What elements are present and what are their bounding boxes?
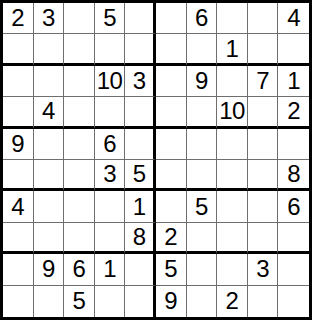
cell-r6c4[interactable]: 3 <box>95 160 126 191</box>
cell-r9c4[interactable]: 1 <box>95 254 126 285</box>
cell-r10c3[interactable]: 5 <box>64 286 95 317</box>
cell-r10c4[interactable] <box>95 286 126 317</box>
cell-r10c2[interactable] <box>34 286 65 317</box>
cell-r9c1[interactable] <box>3 254 34 285</box>
cell-r9c7[interactable] <box>187 254 218 285</box>
cell-r10c6[interactable]: 9 <box>156 286 187 317</box>
cell-r7c2[interactable] <box>34 191 65 222</box>
cell-r7c3[interactable] <box>64 191 95 222</box>
cell-r5c2[interactable] <box>34 129 65 160</box>
cell-r10c10[interactable] <box>278 286 309 317</box>
cell-r4c4[interactable] <box>95 97 126 128</box>
cell-r9c3[interactable]: 6 <box>64 254 95 285</box>
cell-r6c9[interactable] <box>248 160 279 191</box>
cell-r4c10[interactable]: 2 <box>278 97 309 128</box>
cell-r8c2[interactable] <box>34 223 65 254</box>
cell-r2c1[interactable] <box>3 34 34 65</box>
cell-r2c4[interactable] <box>95 34 126 65</box>
cell-r6c8[interactable] <box>217 160 248 191</box>
cell-r3c2[interactable] <box>34 66 65 97</box>
cell-r9c6[interactable]: 5 <box>156 254 187 285</box>
cell-r8c3[interactable] <box>64 223 95 254</box>
cell-r6c5[interactable]: 5 <box>125 160 156 191</box>
cell-r3c4[interactable]: 10 <box>95 66 126 97</box>
cell-r1c3[interactable] <box>64 3 95 34</box>
cell-r9c8[interactable] <box>217 254 248 285</box>
cell-r4c8[interactable]: 10 <box>217 97 248 128</box>
cell-r5c10[interactable] <box>278 129 309 160</box>
cell-r10c8[interactable]: 2 <box>217 286 248 317</box>
sudoku-board: 23564110397141029635841568296153592 <box>0 0 312 320</box>
cell-r2c3[interactable] <box>64 34 95 65</box>
cell-r7c6[interactable] <box>156 191 187 222</box>
cell-r8c7[interactable] <box>187 223 218 254</box>
cell-r6c7[interactable] <box>187 160 218 191</box>
cell-r1c8[interactable] <box>217 3 248 34</box>
cell-r7c4[interactable] <box>95 191 126 222</box>
cell-r3c10[interactable]: 1 <box>278 66 309 97</box>
cell-r3c5[interactable]: 3 <box>125 66 156 97</box>
cell-r2c6[interactable] <box>156 34 187 65</box>
cell-r4c9[interactable] <box>248 97 279 128</box>
cell-r8c6[interactable]: 2 <box>156 223 187 254</box>
cell-r4c5[interactable] <box>125 97 156 128</box>
cell-r6c10[interactable]: 8 <box>278 160 309 191</box>
cell-r1c7[interactable]: 6 <box>187 3 218 34</box>
cell-r4c6[interactable] <box>156 97 187 128</box>
cell-r1c4[interactable]: 5 <box>95 3 126 34</box>
cell-r1c9[interactable] <box>248 3 279 34</box>
cell-r8c8[interactable] <box>217 223 248 254</box>
cell-r8c1[interactable] <box>3 223 34 254</box>
cell-r2c7[interactable] <box>187 34 218 65</box>
cell-r5c7[interactable] <box>187 129 218 160</box>
cell-r7c9[interactable] <box>248 191 279 222</box>
cell-r2c2[interactable] <box>34 34 65 65</box>
cell-r7c7[interactable]: 5 <box>187 191 218 222</box>
cell-r5c1[interactable]: 9 <box>3 129 34 160</box>
cell-r6c2[interactable] <box>34 160 65 191</box>
cell-r7c10[interactable]: 6 <box>278 191 309 222</box>
cell-r8c10[interactable] <box>278 223 309 254</box>
cell-r5c8[interactable] <box>217 129 248 160</box>
cell-r6c6[interactable] <box>156 160 187 191</box>
cell-r7c5[interactable]: 1 <box>125 191 156 222</box>
cell-r1c5[interactable] <box>125 3 156 34</box>
cell-r9c9[interactable]: 3 <box>248 254 279 285</box>
cell-r1c6[interactable] <box>156 3 187 34</box>
cell-r8c4[interactable] <box>95 223 126 254</box>
cell-r1c10[interactable]: 4 <box>278 3 309 34</box>
cell-r5c5[interactable] <box>125 129 156 160</box>
cell-r10c9[interactable] <box>248 286 279 317</box>
cell-r5c3[interactable] <box>64 129 95 160</box>
cell-r6c3[interactable] <box>64 160 95 191</box>
cell-r10c7[interactable] <box>187 286 218 317</box>
cell-r4c7[interactable] <box>187 97 218 128</box>
cell-r7c8[interactable] <box>217 191 248 222</box>
cell-r3c7[interactable]: 9 <box>187 66 218 97</box>
cell-r8c5[interactable]: 8 <box>125 223 156 254</box>
cell-r1c2[interactable]: 3 <box>34 3 65 34</box>
cell-r2c9[interactable] <box>248 34 279 65</box>
cell-r10c1[interactable] <box>3 286 34 317</box>
cell-r5c9[interactable] <box>248 129 279 160</box>
cell-r2c8[interactable]: 1 <box>217 34 248 65</box>
cell-r8c9[interactable] <box>248 223 279 254</box>
cell-r6c1[interactable] <box>3 160 34 191</box>
cell-r1c1[interactable]: 2 <box>3 3 34 34</box>
cell-r3c8[interactable] <box>217 66 248 97</box>
cell-r5c6[interactable] <box>156 129 187 160</box>
cell-r9c10[interactable] <box>278 254 309 285</box>
cell-r3c1[interactable] <box>3 66 34 97</box>
cell-r4c1[interactable] <box>3 97 34 128</box>
cell-r2c10[interactable] <box>278 34 309 65</box>
cell-r4c3[interactable] <box>64 97 95 128</box>
cell-r7c1[interactable]: 4 <box>3 191 34 222</box>
cell-r9c2[interactable]: 9 <box>34 254 65 285</box>
cell-r9c5[interactable] <box>125 254 156 285</box>
cell-r2c5[interactable] <box>125 34 156 65</box>
cell-r3c6[interactable] <box>156 66 187 97</box>
cell-r4c2[interactable]: 4 <box>34 97 65 128</box>
cell-r3c9[interactable]: 7 <box>248 66 279 97</box>
cell-r5c4[interactable]: 6 <box>95 129 126 160</box>
cell-r10c5[interactable] <box>125 286 156 317</box>
cell-r3c3[interactable] <box>64 66 95 97</box>
